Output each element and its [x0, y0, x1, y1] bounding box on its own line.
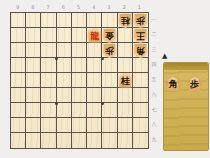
square-2-3[interactable] — [118, 43, 133, 58]
square-6-3[interactable] — [57, 43, 72, 58]
square-9-4[interactable] — [11, 58, 26, 73]
square-8-6[interactable] — [26, 88, 41, 103]
file-label-4: 4 — [86, 3, 101, 11]
square-7-2[interactable] — [41, 28, 56, 43]
file-label-5: 5 — [71, 3, 86, 11]
square-4-6[interactable] — [87, 88, 102, 103]
square-2-6[interactable] — [118, 88, 133, 103]
square-6-4[interactable] — [57, 58, 72, 73]
file-label-9: 9 — [10, 3, 25, 11]
rank-label-3: 三 — [149, 42, 159, 57]
square-9-7[interactable] — [11, 103, 26, 118]
square-6-2[interactable] — [57, 28, 72, 43]
komadai-top-edge — [164, 63, 208, 70]
square-4-1[interactable] — [87, 13, 102, 28]
square-9-9[interactable] — [11, 133, 26, 148]
square-3-7[interactable] — [102, 103, 117, 118]
square-2-2[interactable] — [118, 28, 133, 43]
square-6-6[interactable] — [57, 88, 72, 103]
komadai-hand-stand: 角歩 — [163, 62, 209, 151]
hoshi-dot — [55, 102, 58, 105]
square-6-9[interactable] — [57, 133, 72, 148]
rank-label-8: 八 — [149, 117, 159, 132]
square-4-8[interactable] — [87, 118, 102, 133]
square-7-7[interactable] — [41, 103, 56, 118]
square-3-5[interactable] — [102, 73, 117, 88]
rank-label-7: 七 — [149, 102, 159, 117]
square-7-6[interactable] — [41, 88, 56, 103]
file-label-3: 3 — [101, 3, 116, 11]
square-2-7[interactable] — [118, 103, 133, 118]
square-1-9[interactable] — [133, 133, 148, 148]
rank-label-4: 四 — [149, 57, 159, 72]
square-7-4[interactable] — [41, 58, 56, 73]
file-label-8: 8 — [25, 3, 40, 11]
piece-kanji: 歩 — [105, 44, 114, 57]
piece-kanji: 歩 — [136, 14, 145, 27]
square-3-4[interactable] — [102, 58, 117, 73]
square-1-5[interactable] — [133, 73, 148, 88]
square-5-3[interactable] — [72, 43, 87, 58]
file-label-1: 1 — [132, 3, 147, 11]
square-5-7[interactable] — [72, 103, 87, 118]
square-2-8[interactable] — [118, 118, 133, 133]
piece-kanji: 金 — [105, 29, 114, 42]
shogi-diagram: 桂歩龍金王歩角桂 987654321 一二三四五六七八九 ▲ 角歩 — [0, 0, 210, 158]
square-5-2[interactable] — [72, 28, 87, 43]
hoshi-dot — [101, 102, 104, 105]
square-7-3[interactable] — [41, 43, 56, 58]
square-6-5[interactable] — [57, 73, 72, 88]
square-3-1[interactable] — [102, 13, 117, 28]
square-1-6[interactable] — [133, 88, 148, 103]
piece-kanji: 角 — [169, 78, 178, 91]
rank-label-2: 二 — [149, 27, 159, 42]
shogi-board: 桂歩龍金王歩角桂 — [10, 12, 149, 149]
file-label-7: 7 — [40, 3, 55, 11]
piece-kanji: 角 — [136, 44, 145, 57]
square-8-1[interactable] — [26, 13, 41, 28]
square-8-3[interactable] — [26, 43, 41, 58]
sente-hand-marker: ▲ — [162, 52, 167, 60]
square-5-5[interactable] — [72, 73, 87, 88]
square-3-6[interactable] — [102, 88, 117, 103]
square-8-7[interactable] — [26, 103, 41, 118]
square-2-4[interactable] — [118, 58, 133, 73]
square-6-8[interactable] — [57, 118, 72, 133]
square-9-3[interactable] — [11, 43, 26, 58]
square-8-9[interactable] — [26, 133, 41, 148]
piece-kanji: 歩 — [190, 78, 199, 91]
square-2-9[interactable] — [118, 133, 133, 148]
square-8-5[interactable] — [26, 73, 41, 88]
square-5-4[interactable] — [72, 58, 87, 73]
square-9-8[interactable] — [11, 118, 26, 133]
square-3-8[interactable] — [102, 118, 117, 133]
square-4-3[interactable] — [87, 43, 102, 58]
square-9-2[interactable] — [11, 28, 26, 43]
square-8-2[interactable] — [26, 28, 41, 43]
square-9-1[interactable] — [11, 13, 26, 28]
square-9-6[interactable] — [11, 88, 26, 103]
square-5-6[interactable] — [72, 88, 87, 103]
piece-kanji: 桂 — [121, 75, 130, 88]
piece-kanji: 王 — [136, 29, 145, 42]
rank-label-9: 九 — [149, 132, 159, 147]
square-6-7[interactable] — [57, 103, 72, 118]
square-5-9[interactable] — [72, 133, 87, 148]
hoshi-dot — [55, 57, 58, 60]
square-7-5[interactable] — [41, 73, 56, 88]
square-6-1[interactable] — [57, 13, 72, 28]
square-3-9[interactable] — [102, 133, 117, 148]
square-1-8[interactable] — [133, 118, 148, 133]
square-4-7[interactable] — [87, 103, 102, 118]
file-label-6: 6 — [56, 3, 71, 11]
square-4-5[interactable] — [87, 73, 102, 88]
square-9-5[interactable] — [11, 73, 26, 88]
rank-label-1: 一 — [149, 12, 159, 27]
file-label-2: 2 — [117, 3, 132, 11]
piece-kanji: 龍 — [90, 30, 99, 43]
square-4-4[interactable] — [87, 58, 102, 73]
square-5-1[interactable] — [72, 13, 87, 28]
rank-label-5: 五 — [149, 72, 159, 87]
square-7-1[interactable] — [41, 13, 56, 28]
square-7-9[interactable] — [41, 133, 56, 148]
square-1-7[interactable] — [133, 103, 148, 118]
square-4-9[interactable] — [87, 133, 102, 148]
piece-kanji: 桂 — [121, 14, 130, 27]
square-8-4[interactable] — [26, 58, 41, 73]
square-8-8[interactable] — [26, 118, 41, 133]
square-1-4[interactable] — [133, 58, 148, 73]
square-7-8[interactable] — [41, 118, 56, 133]
square-5-8[interactable] — [72, 118, 87, 133]
rank-label-6: 六 — [149, 87, 159, 102]
